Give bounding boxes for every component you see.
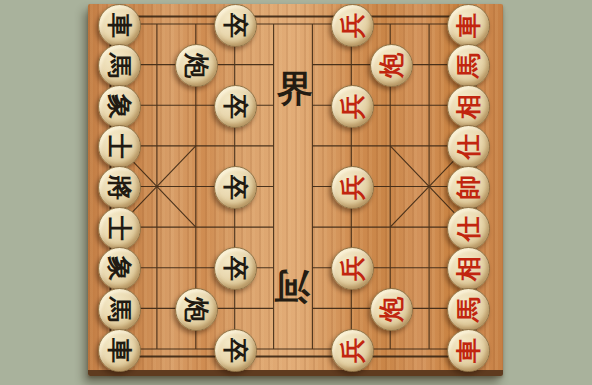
piece-character: 兵 (340, 175, 365, 200)
piece-character: 卒 (223, 256, 248, 281)
piece-red-chariot[interactable]: 車 (447, 329, 490, 372)
piece-black-soldier[interactable]: 卒 (214, 85, 257, 128)
river-label-he: 河 (274, 270, 310, 306)
piece-red-soldier[interactable]: 兵 (331, 247, 374, 290)
piece-red-cannon[interactable]: 炮 (370, 288, 413, 331)
piece-black-general[interactable]: 將 (98, 166, 141, 209)
piece-character: 馬 (107, 297, 132, 322)
piece-red-advisor[interactable]: 仕 (447, 207, 490, 250)
piece-character: 馬 (456, 297, 481, 322)
piece-black-advisor[interactable]: 士 (98, 207, 141, 250)
piece-character: 士 (107, 216, 132, 241)
piece-character: 馬 (107, 53, 132, 78)
piece-black-soldier[interactable]: 卒 (214, 329, 257, 372)
piece-red-cannon[interactable]: 炮 (370, 44, 413, 87)
piece-character: 仕 (456, 216, 481, 241)
piece-black-advisor[interactable]: 士 (98, 125, 141, 168)
piece-character: 兵 (340, 13, 365, 38)
piece-black-chariot[interactable]: 車 (98, 329, 141, 372)
piece-character: 帥 (456, 175, 481, 200)
piece-character: 卒 (223, 13, 248, 38)
river-label-jie: 界 (277, 70, 313, 106)
piece-character: 炮 (379, 297, 404, 322)
piece-black-soldier[interactable]: 卒 (214, 166, 257, 209)
piece-red-soldier[interactable]: 兵 (331, 166, 374, 209)
piece-red-chariot[interactable]: 車 (447, 4, 490, 47)
piece-red-soldier[interactable]: 兵 (331, 4, 374, 47)
piece-black-horse[interactable]: 馬 (98, 44, 141, 87)
piece-black-cannon[interactable]: 炮 (175, 288, 218, 331)
piece-character: 卒 (223, 338, 248, 363)
piece-character: 仕 (456, 134, 481, 159)
piece-red-elephant[interactable]: 相 (447, 85, 490, 128)
piece-character: 炮 (184, 53, 209, 78)
piece-character: 車 (456, 13, 481, 38)
piece-black-chariot[interactable]: 車 (98, 4, 141, 47)
piece-character: 卒 (223, 94, 248, 119)
piece-character: 卒 (223, 175, 248, 200)
piece-character: 兵 (340, 256, 365, 281)
piece-character: 車 (456, 338, 481, 363)
piece-character: 車 (107, 13, 132, 38)
piece-character: 象 (107, 256, 132, 281)
piece-character: 炮 (184, 297, 209, 322)
piece-black-elephant[interactable]: 象 (98, 247, 141, 290)
piece-character: 士 (107, 134, 132, 159)
piece-black-soldier[interactable]: 卒 (214, 4, 257, 47)
piece-character: 馬 (456, 53, 481, 78)
piece-character: 車 (107, 338, 132, 363)
piece-character: 兵 (340, 338, 365, 363)
piece-red-soldier[interactable]: 兵 (331, 85, 374, 128)
piece-black-elephant[interactable]: 象 (98, 85, 141, 128)
piece-character: 象 (107, 94, 132, 119)
photo-scene: 界 河 車馬象士將士象馬車炮炮卒卒卒卒卒兵兵兵兵兵炮炮車馬相仕帥仕相馬車 (0, 0, 592, 385)
piece-red-soldier[interactable]: 兵 (331, 329, 374, 372)
piece-character: 將 (107, 175, 132, 200)
piece-character: 相 (456, 256, 481, 281)
piece-character: 相 (456, 94, 481, 119)
piece-character: 兵 (340, 94, 365, 119)
piece-character: 炮 (379, 53, 404, 78)
board-grid (88, 4, 503, 370)
piece-black-horse[interactable]: 馬 (98, 288, 141, 331)
xiangqi-board[interactable]: 界 河 車馬象士將士象馬車炮炮卒卒卒卒卒兵兵兵兵兵炮炮車馬相仕帥仕相馬車 (88, 4, 503, 376)
